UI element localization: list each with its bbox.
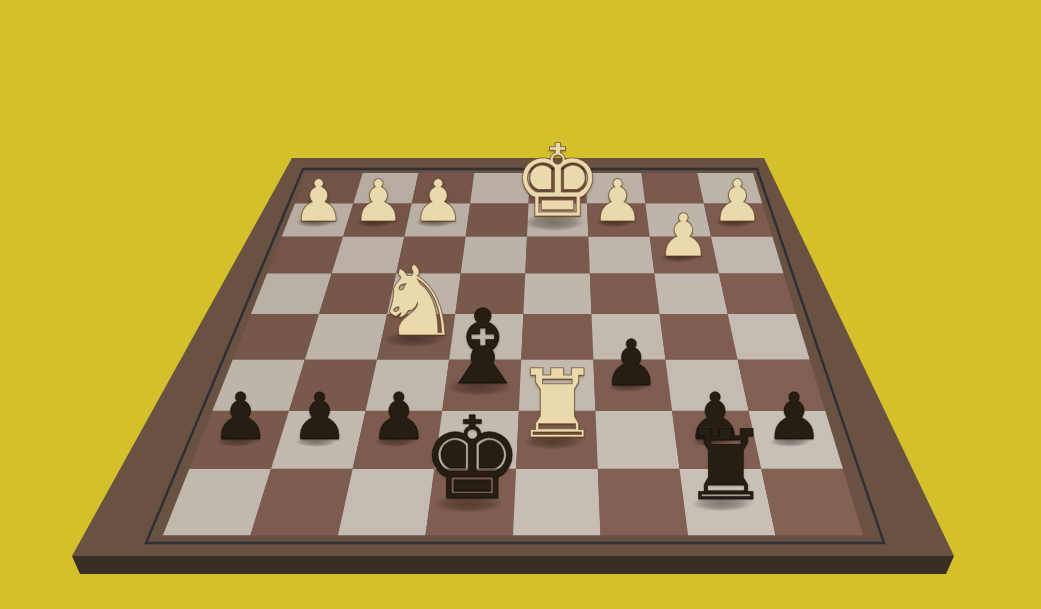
square-c7[interactable] — [595, 411, 679, 469]
piece-white-pawn[interactable]: ♟ — [657, 206, 710, 265]
square-a3[interactable] — [711, 236, 783, 273]
piece-black-pawn[interactable]: ♟ — [291, 385, 349, 450]
piece-white-pawn[interactable]: ♟ — [352, 172, 404, 230]
piece-black-pawn[interactable]: ♟ — [603, 332, 660, 395]
piece-white-rook[interactable]: ♜ — [515, 358, 600, 453]
square-b5[interactable] — [660, 314, 738, 360]
piece-black-king[interactable]: ♚ — [421, 402, 524, 516]
square-c8[interactable] — [598, 469, 688, 535]
piece-white-pawn[interactable]: ♟ — [292, 172, 344, 230]
square-b4[interactable] — [654, 273, 727, 314]
piece-black-pawn[interactable]: ♟ — [212, 385, 270, 450]
square-a4[interactable] — [719, 273, 796, 314]
square-a5[interactable] — [728, 314, 810, 360]
square-d3[interactable] — [525, 236, 590, 273]
piece-white-pawn[interactable]: ♟ — [711, 172, 763, 230]
piece-white-pawn[interactable]: ♟ — [592, 172, 644, 230]
piece-black-pawn[interactable]: ♟ — [765, 385, 823, 450]
square-c4[interactable] — [590, 273, 660, 314]
piece-black-rook[interactable]: ♜ — [682, 418, 769, 515]
square-d4[interactable] — [523, 273, 591, 314]
board-side-edge — [72, 556, 954, 574]
piece-white-king[interactable]: ♚ — [513, 133, 603, 234]
square-e3[interactable] — [461, 236, 527, 273]
chess-app-scene: ♟♟♟♚♟♟♟♞♝♟♜♟♟♟♟♟♚♜ — [0, 0, 1041, 609]
square-c3[interactable] — [588, 236, 654, 273]
piece-white-pawn[interactable]: ♟ — [412, 172, 464, 230]
square-f8[interactable] — [338, 469, 434, 535]
piece-black-pawn[interactable]: ♟ — [370, 385, 428, 450]
square-d8[interactable] — [513, 469, 601, 535]
square-b1[interactable] — [642, 173, 704, 203]
